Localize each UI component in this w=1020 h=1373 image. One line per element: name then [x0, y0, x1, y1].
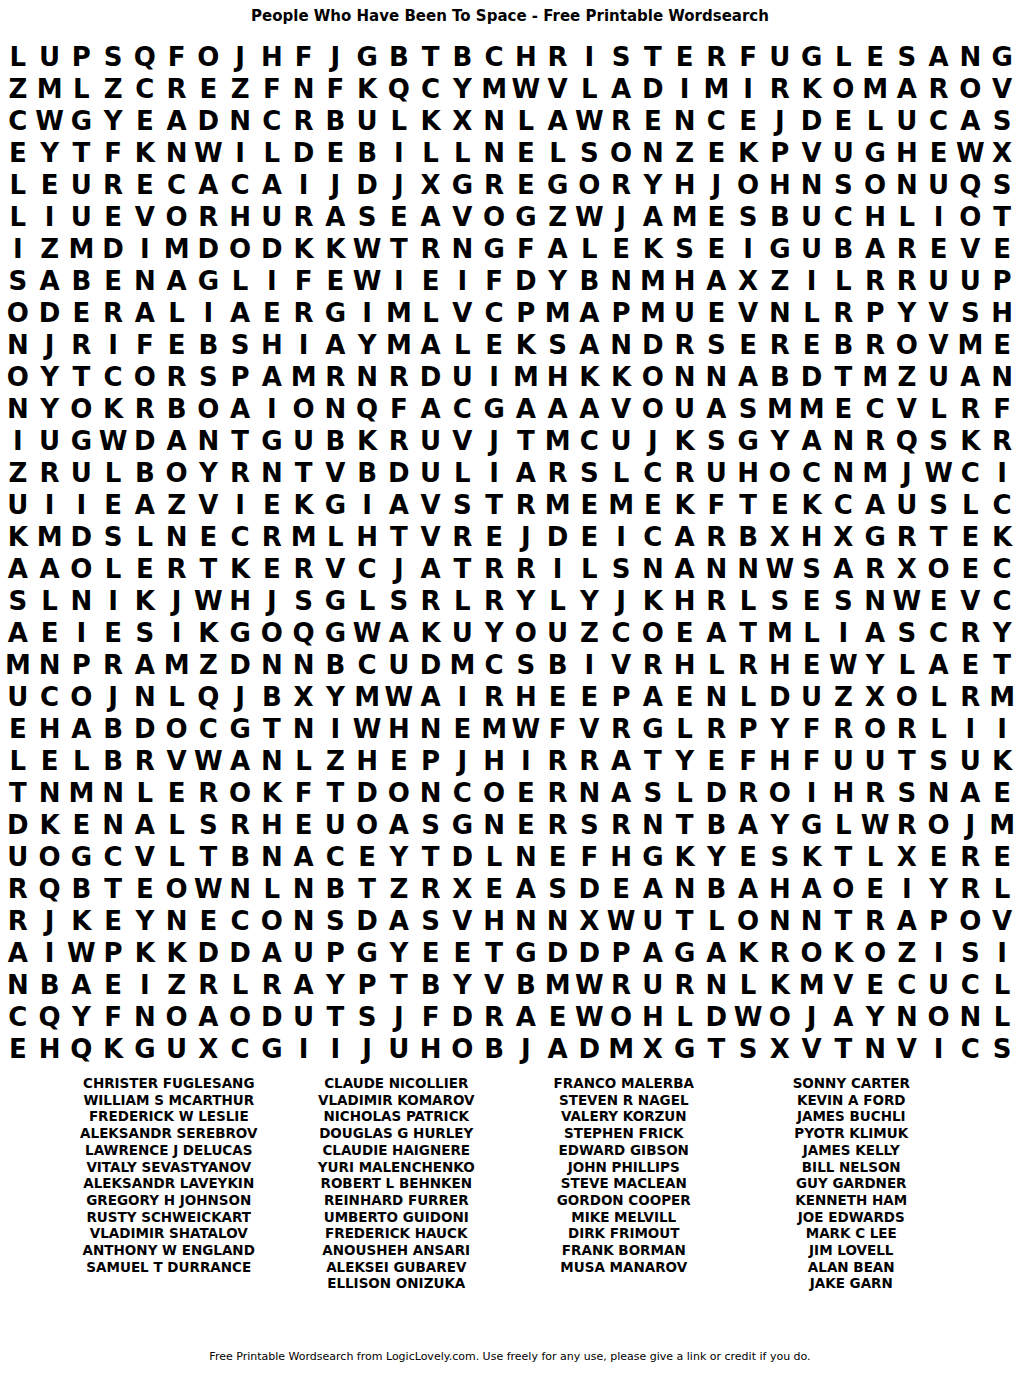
- grid-cell: E: [574, 521, 606, 553]
- grid-cell: A: [256, 361, 288, 393]
- grid-cell: W: [383, 681, 415, 713]
- grid-cell: E: [129, 169, 161, 201]
- grid-cell: J: [637, 425, 669, 457]
- grid-cell: Q: [351, 393, 383, 425]
- grid-cell: W: [510, 713, 542, 745]
- grid-cell: M: [66, 777, 98, 809]
- grid-cell: O: [66, 681, 98, 713]
- grid-cell: L: [447, 457, 479, 489]
- grid-cell: D: [256, 233, 288, 265]
- grid-cell: S: [193, 809, 225, 841]
- grid-cell: C: [351, 553, 383, 585]
- grid-cell: S: [2, 585, 34, 617]
- grid-cell: X: [732, 265, 764, 297]
- grid-cell: K: [986, 745, 1018, 777]
- grid-cell: E: [161, 329, 193, 361]
- grid-cell: S: [796, 553, 828, 585]
- grid-cell: B: [351, 457, 383, 489]
- grid-cell: A: [669, 553, 701, 585]
- grid-cell: A: [510, 457, 542, 489]
- grid-cell: U: [447, 361, 479, 393]
- grid-cell: J: [224, 681, 256, 713]
- grid-cell: E: [66, 297, 98, 329]
- grid-cell: N: [288, 873, 320, 905]
- grid-cell: A: [955, 777, 987, 809]
- grid-cell: R: [828, 713, 860, 745]
- grid-cell: S: [224, 329, 256, 361]
- grid-cell: N: [669, 873, 701, 905]
- grid-cell: A: [288, 841, 320, 873]
- grid-cell: D: [351, 169, 383, 201]
- grid-cell: E: [986, 841, 1018, 873]
- grid-cell: R: [478, 681, 510, 713]
- grid-cell: D: [129, 713, 161, 745]
- grid-cell: U: [796, 201, 828, 233]
- grid-cell: W: [351, 233, 383, 265]
- grid-cell: R: [891, 809, 923, 841]
- grid-cell: A: [637, 201, 669, 233]
- grid-cell: M: [478, 73, 510, 105]
- grid-cell: R: [923, 73, 955, 105]
- grid-cell: H: [605, 841, 637, 873]
- grid-cell: M: [859, 73, 891, 105]
- grid-cell: P: [605, 681, 637, 713]
- grid-cell: R: [224, 809, 256, 841]
- grid-cell: I: [161, 617, 193, 649]
- grid-cell: R: [701, 521, 733, 553]
- grid-cell: C: [891, 969, 923, 1001]
- grid-cell: R: [955, 393, 987, 425]
- grid-cell: A: [796, 425, 828, 457]
- grid-cell: E: [701, 137, 733, 169]
- grid-cell: Q: [891, 425, 923, 457]
- grid-cell: C: [637, 521, 669, 553]
- grid-cell: S: [2, 265, 34, 297]
- grid-cell: H: [256, 329, 288, 361]
- grid-cell: U: [34, 425, 66, 457]
- grid-cell: R: [859, 425, 891, 457]
- grid-cell: W: [34, 105, 66, 137]
- grid-cell: O: [859, 713, 891, 745]
- grid-cell: N: [478, 809, 510, 841]
- grid-cell: Y: [764, 713, 796, 745]
- grid-cell: C: [701, 105, 733, 137]
- grid-cell: K: [637, 585, 669, 617]
- grid-cell: G: [637, 841, 669, 873]
- grid-cell: Q: [34, 1001, 66, 1033]
- grid-cell: R: [732, 777, 764, 809]
- word-list-item: STEPHEN FRICK: [510, 1125, 738, 1142]
- grid-cell: A: [415, 553, 447, 585]
- grid-cell: K: [256, 777, 288, 809]
- grid-cell: J: [351, 1033, 383, 1065]
- grid-cell: L: [320, 521, 352, 553]
- grid-cell: N: [129, 1001, 161, 1033]
- grid-cell: L: [66, 745, 98, 777]
- grid-cell: J: [34, 329, 66, 361]
- grid-cell: N: [415, 777, 447, 809]
- grid-cell: E: [129, 553, 161, 585]
- grid-cell: T: [415, 841, 447, 873]
- grid-cell: K: [288, 233, 320, 265]
- grid-cell: I: [923, 937, 955, 969]
- grid-cell: C: [637, 457, 669, 489]
- grid-cell: A: [161, 105, 193, 137]
- word-list-column: FRANCO MALERBASTEVEN R NAGELVALERY KORZU…: [510, 1075, 738, 1292]
- grid-cell: E: [510, 809, 542, 841]
- grid-cell: F: [732, 41, 764, 73]
- grid-cell: W: [510, 73, 542, 105]
- grid-cell: N: [320, 393, 352, 425]
- grid-cell: B: [351, 137, 383, 169]
- grid-cell: F: [97, 1001, 129, 1033]
- grid-cell: H: [669, 169, 701, 201]
- grid-cell: R: [605, 713, 637, 745]
- grid-cell: E: [796, 329, 828, 361]
- grid-cell: A: [415, 393, 447, 425]
- grid-cell: U: [161, 1033, 193, 1065]
- grid-cell: E: [542, 681, 574, 713]
- grid-cell: S: [351, 1001, 383, 1033]
- grid-cell: Z: [891, 937, 923, 969]
- word-list-item: GREGORY H JOHNSON: [55, 1192, 283, 1209]
- grid-cell: O: [224, 233, 256, 265]
- grid-cell: E: [256, 553, 288, 585]
- grid-cell: E: [859, 41, 891, 73]
- grid-cell: T: [224, 425, 256, 457]
- grid-cell: W: [764, 553, 796, 585]
- word-list-item: MARK C LEE: [738, 1225, 966, 1242]
- grid-cell: Y: [66, 1001, 98, 1033]
- grid-cell: L: [2, 745, 34, 777]
- grid-cell: E: [732, 841, 764, 873]
- grid-cell: L: [161, 297, 193, 329]
- grid-cell: G: [796, 809, 828, 841]
- grid-cell: J: [447, 745, 479, 777]
- grid-cell: E: [986, 777, 1018, 809]
- grid-cell: B: [161, 393, 193, 425]
- grid-cell: S: [732, 393, 764, 425]
- grid-cell: O: [828, 873, 860, 905]
- grid-cell: I: [828, 617, 860, 649]
- grid-cell: O: [637, 393, 669, 425]
- grid-cell: S: [320, 905, 352, 937]
- grid-cell: Y: [701, 841, 733, 873]
- grid-cell: G: [320, 585, 352, 617]
- grid-cell: S: [923, 745, 955, 777]
- grid-cell: N: [447, 233, 479, 265]
- grid-cell: R: [542, 809, 574, 841]
- grid-cell: G: [351, 41, 383, 73]
- grid-cell: A: [732, 809, 764, 841]
- grid-cell: O: [161, 201, 193, 233]
- grid-cell: F: [288, 777, 320, 809]
- word-list-item: KEVIN A FORD: [738, 1092, 966, 1109]
- grid-cell: L: [2, 201, 34, 233]
- grid-cell: N: [34, 649, 66, 681]
- grid-cell: I: [351, 489, 383, 521]
- grid-cell: E: [97, 489, 129, 521]
- grid-cell: K: [828, 937, 860, 969]
- grid-cell: E: [859, 969, 891, 1001]
- grid-cell: U: [605, 425, 637, 457]
- grid-cell: I: [923, 1033, 955, 1065]
- grid-cell: Z: [383, 873, 415, 905]
- grid-cell: D: [637, 329, 669, 361]
- grid-cell: Y: [859, 649, 891, 681]
- grid-cell: N: [637, 137, 669, 169]
- grid-cell: J: [478, 425, 510, 457]
- grid-cell: D: [447, 841, 479, 873]
- grid-cell: R: [955, 873, 987, 905]
- grid-cell: E: [256, 297, 288, 329]
- grid-cell: H: [415, 1033, 447, 1065]
- word-list-column: CLAUDE NICOLLIERVLADIMIR KOMAROVNICHOLAS…: [283, 1075, 511, 1292]
- grid-cell: A: [2, 617, 34, 649]
- grid-cell: T: [828, 841, 860, 873]
- grid-cell: T: [478, 937, 510, 969]
- grid-cell: R: [415, 873, 447, 905]
- grid-cell: S: [923, 489, 955, 521]
- word-list-item: ALEKSANDR LAVEYKIN: [55, 1175, 283, 1192]
- grid-cell: X: [415, 169, 447, 201]
- grid-cell: K: [129, 137, 161, 169]
- grid-cell: S: [637, 777, 669, 809]
- grid-cell: A: [415, 329, 447, 361]
- grid-cell: U: [828, 137, 860, 169]
- grid-cell: T: [701, 1033, 733, 1065]
- grid-cell: R: [859, 329, 891, 361]
- word-list-item: VLADIMIR SHATALOV: [55, 1225, 283, 1242]
- word-list-item: VALERY KORZUN: [510, 1108, 738, 1125]
- grid-cell: O: [891, 329, 923, 361]
- grid-cell: L: [574, 233, 606, 265]
- grid-cell: T: [669, 809, 701, 841]
- grid-cell: G: [859, 137, 891, 169]
- grid-cell: O: [605, 137, 637, 169]
- grid-cell: Z: [320, 745, 352, 777]
- grid-cell: E: [2, 137, 34, 169]
- grid-cell: E: [637, 489, 669, 521]
- grid-cell: J: [383, 169, 415, 201]
- grid-cell: D: [637, 73, 669, 105]
- grid-cell: I: [256, 393, 288, 425]
- grid-cell: G: [732, 425, 764, 457]
- grid-cell: T: [669, 905, 701, 937]
- grid-cell: I: [351, 297, 383, 329]
- grid-cell: P: [510, 297, 542, 329]
- grid-cell: I: [510, 745, 542, 777]
- grid-cell: E: [97, 201, 129, 233]
- grid-cell: A: [669, 521, 701, 553]
- grid-cell: V: [955, 585, 987, 617]
- grid-cell: M: [383, 297, 415, 329]
- grid-cell: R: [542, 457, 574, 489]
- grid-cell: V: [796, 137, 828, 169]
- grid-cell: R: [66, 329, 98, 361]
- grid-cell: V: [415, 521, 447, 553]
- grid-cell: R: [955, 617, 987, 649]
- grid-cell: O: [732, 169, 764, 201]
- grid-cell: Q: [193, 681, 225, 713]
- grid-cell: M: [637, 265, 669, 297]
- grid-cell: I: [66, 617, 98, 649]
- grid-cell: H: [764, 745, 796, 777]
- grid-cell: Q: [288, 617, 320, 649]
- grid-cell: F: [415, 1001, 447, 1033]
- grid-cell: I: [288, 329, 320, 361]
- grid-cell: R: [701, 41, 733, 73]
- grid-cell: S: [605, 41, 637, 73]
- grid-cell: L: [542, 137, 574, 169]
- grid-cell: N: [732, 553, 764, 585]
- grid-cell: H: [224, 201, 256, 233]
- grid-cell: R: [97, 169, 129, 201]
- grid-cell: E: [193, 905, 225, 937]
- grid-cell: Y: [478, 617, 510, 649]
- grid-cell: V: [891, 1033, 923, 1065]
- grid-cell: R: [891, 233, 923, 265]
- grid-cell: G: [66, 841, 98, 873]
- word-list-item: BILL NELSON: [738, 1159, 966, 1176]
- grid-cell: A: [288, 969, 320, 1001]
- grid-cell: K: [288, 489, 320, 521]
- grid-cell: S: [97, 41, 129, 73]
- grid-cell: J: [605, 585, 637, 617]
- grid-cell: O: [923, 553, 955, 585]
- word-list-item: DOUGLAS G HURLEY: [283, 1125, 511, 1142]
- grid-cell: Y: [129, 905, 161, 937]
- grid-cell: Q: [955, 169, 987, 201]
- grid-cell: N: [478, 137, 510, 169]
- grid-cell: R: [193, 969, 225, 1001]
- grid-cell: V: [478, 969, 510, 1001]
- grid-cell: S: [828, 169, 860, 201]
- word-list-item: YURI MALENCHENKO: [283, 1159, 511, 1176]
- grid-cell: C: [828, 201, 860, 233]
- grid-cell: M: [161, 649, 193, 681]
- grid-cell: R: [478, 553, 510, 585]
- grid-cell: E: [859, 873, 891, 905]
- grid-cell: I: [923, 201, 955, 233]
- grid-cell: T: [828, 361, 860, 393]
- grid-cell: L: [859, 841, 891, 873]
- grid-cell: M: [34, 73, 66, 105]
- grid-cell: V: [320, 457, 352, 489]
- word-list-item: UMBERTO GUIDONI: [283, 1209, 511, 1226]
- grid-cell: N: [701, 361, 733, 393]
- grid-cell: O: [256, 905, 288, 937]
- grid-cell: O: [161, 457, 193, 489]
- word-list-item: NICHOLAS PATRICK: [283, 1108, 511, 1125]
- grid-cell: N: [510, 905, 542, 937]
- grid-cell: M: [542, 425, 574, 457]
- grid-cell: T: [66, 137, 98, 169]
- grid-cell: A: [542, 105, 574, 137]
- word-list-item: STEVEN R NAGEL: [510, 1092, 738, 1109]
- grid-cell: L: [510, 105, 542, 137]
- grid-cell: H: [34, 713, 66, 745]
- grid-cell: O: [732, 905, 764, 937]
- grid-cell: Z: [669, 137, 701, 169]
- grid-cell: P: [605, 297, 637, 329]
- grid-cell: Z: [542, 201, 574, 233]
- word-list-item: LAWRENCE J DELUCAS: [55, 1142, 283, 1159]
- grid-cell: S: [605, 553, 637, 585]
- grid-cell: U: [542, 617, 574, 649]
- grid-cell: K: [669, 489, 701, 521]
- grid-cell: Y: [320, 969, 352, 1001]
- grid-cell: A: [415, 681, 447, 713]
- grid-cell: N: [828, 457, 860, 489]
- grid-cell: A: [637, 873, 669, 905]
- grid-cell: A: [2, 937, 34, 969]
- grid-cell: C: [859, 393, 891, 425]
- grid-cell: S: [732, 1033, 764, 1065]
- grid-cell: E: [415, 265, 447, 297]
- grid-cell: U: [2, 841, 34, 873]
- grid-cell: C: [923, 105, 955, 137]
- grid-cell: N: [701, 681, 733, 713]
- grid-cell: E: [701, 297, 733, 329]
- footer-credit: Free Printable Wordsearch from LogicLove…: [0, 1349, 1020, 1364]
- grid-cell: M: [955, 329, 987, 361]
- grid-cell: R: [161, 361, 193, 393]
- grid-cell: U: [415, 457, 447, 489]
- grid-cell: R: [161, 553, 193, 585]
- grid-cell: K: [161, 937, 193, 969]
- word-list-column: CHRISTER FUGLESANGWILLIAM S MCARTHURFRED…: [55, 1075, 283, 1292]
- grid-cell: X: [764, 521, 796, 553]
- grid-cell: R: [478, 169, 510, 201]
- grid-cell: N: [161, 137, 193, 169]
- grid-cell: D: [2, 809, 34, 841]
- grid-cell: O: [828, 73, 860, 105]
- grid-cell: V: [447, 297, 479, 329]
- word-list-item: GUY GARDNER: [738, 1175, 966, 1192]
- grid-cell: C: [955, 969, 987, 1001]
- grid-cell: M: [859, 361, 891, 393]
- grid-cell: D: [66, 521, 98, 553]
- grid-cell: I: [34, 937, 66, 969]
- grid-cell: O: [288, 393, 320, 425]
- grid-cell: N: [764, 905, 796, 937]
- grid-cell: L: [256, 137, 288, 169]
- grid-cell: H: [669, 585, 701, 617]
- grid-cell: O: [478, 201, 510, 233]
- grid-cell: L: [383, 105, 415, 137]
- grid-cell: K: [224, 553, 256, 585]
- grid-cell: M: [986, 681, 1018, 713]
- grid-cell: T: [256, 713, 288, 745]
- grid-cell: K: [129, 585, 161, 617]
- grid-cell: A: [542, 1033, 574, 1065]
- grid-cell: E: [637, 105, 669, 137]
- word-list-item: FRANCO MALERBA: [510, 1075, 738, 1092]
- grid-cell: E: [669, 41, 701, 73]
- grid-cell: A: [66, 713, 98, 745]
- grid-cell: Q: [383, 73, 415, 105]
- grid-cell: G: [986, 41, 1018, 73]
- grid-cell: F: [986, 393, 1018, 425]
- grid-cell: V: [923, 329, 955, 361]
- grid-cell: I: [447, 681, 479, 713]
- grid-cell: E: [701, 233, 733, 265]
- grid-cell: R: [542, 41, 574, 73]
- word-list-item: FREDERICK W LESLIE: [55, 1108, 283, 1125]
- grid-cell: R: [34, 457, 66, 489]
- grid-cell: O: [66, 553, 98, 585]
